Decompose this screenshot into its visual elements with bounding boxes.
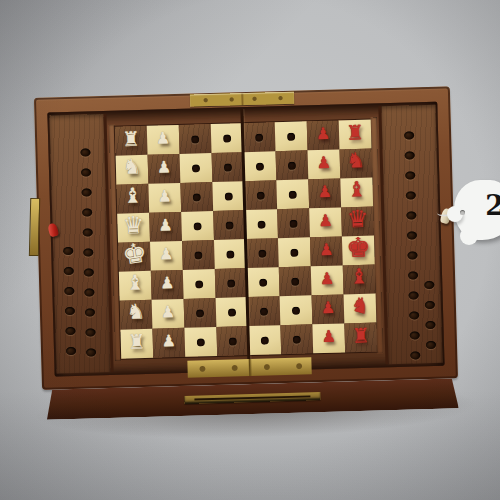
white-pawn[interactable]: ♟ xyxy=(156,130,171,146)
red-rook[interactable]: ♜ xyxy=(351,325,369,345)
board-square[interactable] xyxy=(276,150,309,180)
red-knight[interactable]: ♞ xyxy=(346,150,365,172)
peg-hole xyxy=(227,279,235,287)
peg-hole xyxy=(192,164,200,172)
board-square[interactable]: ♞ xyxy=(116,155,149,185)
peg-hole xyxy=(225,221,233,229)
board-square[interactable] xyxy=(280,324,313,354)
board-square[interactable]: ♟ xyxy=(152,299,185,329)
board-square[interactable]: ♜ xyxy=(344,323,377,353)
peg-hole xyxy=(292,306,300,314)
peg-hole xyxy=(290,248,298,256)
board-square[interactable] xyxy=(180,153,213,183)
peg-hole xyxy=(197,338,205,346)
white-rook[interactable]: ♜ xyxy=(128,331,146,351)
red-pawn[interactable]: ♟ xyxy=(316,125,331,141)
rail-peg-hole xyxy=(80,148,90,156)
rail-peg-hole xyxy=(86,348,96,356)
board-square[interactable] xyxy=(214,239,247,269)
board-square[interactable] xyxy=(211,123,244,153)
white-pawn[interactable]: ♟ xyxy=(161,304,176,320)
rail-peg-hole xyxy=(410,331,420,339)
board-square[interactable] xyxy=(280,295,313,325)
board-square[interactable] xyxy=(180,182,213,212)
board-square[interactable]: ♝ xyxy=(340,178,373,208)
board-square[interactable] xyxy=(243,122,276,152)
peg-hole xyxy=(257,191,265,199)
brass-latch xyxy=(184,392,320,404)
red-pawn[interactable]: ♟ xyxy=(319,241,334,257)
board-square[interactable] xyxy=(179,124,212,154)
bottom-hinge xyxy=(187,357,311,377)
board-square[interactable]: ♟ xyxy=(151,270,184,300)
rail-peg-hole xyxy=(425,301,435,309)
red-bishop[interactable]: ♝ xyxy=(349,266,368,288)
peg-hole xyxy=(257,220,265,228)
red-king[interactable]: ♚ xyxy=(346,233,371,261)
right-peg-rail xyxy=(378,105,442,364)
board-square[interactable] xyxy=(215,268,248,298)
board-square[interactable]: ♝ xyxy=(343,265,376,295)
board-square[interactable] xyxy=(216,297,249,327)
peg-hole xyxy=(256,162,264,170)
board-square[interactable] xyxy=(245,209,278,239)
board-square[interactable]: ♟ xyxy=(149,212,182,242)
rail-peg-hole xyxy=(82,188,92,196)
rail-peg-hole xyxy=(82,208,92,216)
board-square[interactable]: ♟ xyxy=(311,265,344,295)
board-square[interactable]: ♟ xyxy=(312,294,345,324)
peg-hole xyxy=(291,277,299,285)
peg-hole xyxy=(287,132,295,140)
board-square[interactable] xyxy=(248,296,281,326)
white-bishop[interactable]: ♝ xyxy=(123,185,142,207)
board-square[interactable] xyxy=(275,121,308,151)
red-rook[interactable]: ♜ xyxy=(346,122,364,142)
board-square[interactable] xyxy=(247,267,280,297)
price-tag: 2 xyxy=(454,180,500,240)
rail-peg-hole xyxy=(424,281,434,289)
board-square[interactable]: ♞ xyxy=(340,149,373,179)
white-pawn[interactable]: ♟ xyxy=(157,188,172,204)
rail-peg-hole xyxy=(409,311,419,319)
rail-peg-hole xyxy=(408,271,418,279)
board-square[interactable] xyxy=(213,210,246,240)
board-square[interactable]: ♟ xyxy=(312,323,345,353)
red-knight[interactable]: ♞ xyxy=(348,293,372,318)
peg-hole xyxy=(194,251,202,259)
peg-hole xyxy=(223,134,231,142)
travel-chess-box: ♜♟♟♜♞♟♟♞♝♟♟♝♛♟♟♛♚♟♟♚♝♟♟♝♞♟♟♞♜♟♟♜ xyxy=(0,0,500,500)
brass-plaque xyxy=(29,198,40,256)
board-square[interactable]: ♟ xyxy=(310,236,343,266)
peg-hole xyxy=(261,336,269,344)
rail-peg-hole xyxy=(64,267,74,275)
board-square[interactable]: ♞ xyxy=(120,300,153,330)
peg-hole xyxy=(289,190,297,198)
board-square[interactable] xyxy=(182,240,215,270)
red-queen[interactable]: ♛ xyxy=(346,206,368,231)
board-square[interactable]: ♚ xyxy=(342,236,375,266)
white-rook[interactable]: ♜ xyxy=(122,128,140,148)
white-pawn[interactable]: ♟ xyxy=(158,217,173,233)
white-pawn[interactable]: ♟ xyxy=(157,159,172,175)
board-square[interactable] xyxy=(184,298,217,328)
peg-hole xyxy=(225,192,233,200)
red-pawn[interactable]: ♟ xyxy=(318,212,333,228)
board-square[interactable] xyxy=(244,151,277,181)
peg-hole xyxy=(259,278,267,286)
board-square[interactable] xyxy=(276,179,309,209)
peg-hole xyxy=(289,219,297,227)
rail-peg-hole xyxy=(83,248,93,256)
box-floor: ♜♟♟♜♞♟♟♞♝♟♟♝♛♟♟♛♚♟♟♚♝♟♟♝♞♟♟♞♜♟♟♜ xyxy=(47,102,444,377)
white-knight[interactable]: ♞ xyxy=(126,301,145,323)
rail-peg-hole xyxy=(425,321,435,329)
peg-hole xyxy=(258,249,266,257)
tag-hole xyxy=(460,210,465,215)
board-square[interactable]: ♟ xyxy=(148,183,181,213)
peg-hole xyxy=(224,163,232,171)
rail-peg-hole xyxy=(66,347,76,355)
red-pawn[interactable]: ♟ xyxy=(320,270,335,286)
peg-hole xyxy=(195,280,203,288)
peg-hole xyxy=(228,308,236,316)
peg-hole xyxy=(255,133,263,141)
board-square[interactable]: ♜ xyxy=(115,126,148,156)
board-square[interactable]: ♝ xyxy=(119,271,152,301)
rail-peg-hole xyxy=(81,168,91,176)
board-square[interactable] xyxy=(277,208,310,238)
board-square[interactable] xyxy=(181,211,214,241)
rail-peg-hole xyxy=(410,351,420,359)
white-pawn[interactable]: ♟ xyxy=(159,246,174,262)
white-pawn[interactable]: ♟ xyxy=(160,275,175,291)
board-square[interactable]: ♜ xyxy=(339,120,372,150)
board-square[interactable] xyxy=(278,237,311,267)
rail-peg-hole xyxy=(64,287,74,295)
top-hinge xyxy=(190,92,294,107)
peg-hole xyxy=(196,309,204,317)
rail-peg-hole xyxy=(65,307,75,315)
rail-peg-hole xyxy=(84,268,94,276)
board-square[interactable] xyxy=(216,326,249,356)
rail-peg-hole xyxy=(407,231,417,239)
peg-hole xyxy=(191,135,199,143)
red-pawn[interactable]: ♟ xyxy=(317,183,332,199)
peg-hole xyxy=(288,161,296,169)
board-square[interactable] xyxy=(212,152,245,182)
board-square[interactable]: ♟ xyxy=(147,125,180,155)
rail-peg-hole xyxy=(405,171,415,179)
white-king[interactable]: ♚ xyxy=(120,238,148,268)
board-square[interactable]: ♟ xyxy=(148,154,181,184)
board-square[interactable] xyxy=(248,325,281,355)
board-square[interactable]: ♟ xyxy=(309,207,342,237)
board-square[interactable] xyxy=(183,269,216,299)
board-square[interactable]: ♟ xyxy=(150,241,183,271)
rail-peg-hole xyxy=(406,211,416,219)
rail-peg-hole xyxy=(83,228,93,236)
box-interior: ♜♟♟♜♞♟♟♞♝♟♟♝♛♟♟♛♚♟♟♚♝♟♟♝♞♟♟♞♜♟♟♜ xyxy=(34,86,458,390)
board-square[interactable]: ♟ xyxy=(152,328,185,358)
board-square[interactable] xyxy=(184,327,217,357)
rail-peg-hole xyxy=(85,308,95,316)
white-knight[interactable]: ♞ xyxy=(122,156,141,178)
board-square[interactable] xyxy=(244,180,277,210)
rail-peg-hole xyxy=(85,328,95,336)
board-square[interactable] xyxy=(246,238,279,268)
red-pawn[interactable]: ♟ xyxy=(316,154,331,170)
peg-hole xyxy=(293,335,301,343)
white-bishop[interactable]: ♝ xyxy=(125,272,144,294)
peg-hole xyxy=(260,307,268,315)
rail-peg-hole xyxy=(405,151,415,159)
board-square[interactable] xyxy=(279,266,312,296)
peg-hole xyxy=(229,337,237,345)
rail-peg-hole xyxy=(407,251,417,259)
red-pawn[interactable]: ♟ xyxy=(321,328,336,344)
board-square[interactable]: ♟ xyxy=(308,178,341,208)
red-bishop[interactable]: ♝ xyxy=(347,179,366,201)
red-pawn[interactable]: ♟ xyxy=(321,299,336,315)
peg-hole xyxy=(193,222,201,230)
board-square[interactable]: ♟ xyxy=(308,149,341,179)
rail-peg-hole xyxy=(404,131,414,139)
rail-peg-hole xyxy=(65,327,75,335)
rail-peg-hole xyxy=(426,341,436,349)
tag-number: 2 xyxy=(485,190,500,221)
white-pawn[interactable]: ♟ xyxy=(161,333,176,349)
white-queen[interactable]: ♛ xyxy=(122,213,144,238)
board-square[interactable]: ♜ xyxy=(120,329,153,359)
board-square[interactable]: ♝ xyxy=(116,184,149,214)
red-peg[interactable] xyxy=(47,223,59,238)
board-square[interactable]: ♞ xyxy=(344,294,377,324)
board-square[interactable]: ♚ xyxy=(118,242,151,272)
rail-peg-hole xyxy=(406,191,416,199)
peg-hole xyxy=(226,250,234,258)
rail-peg-hole xyxy=(63,247,73,255)
rail-peg-hole xyxy=(84,288,94,296)
rail-peg-hole xyxy=(409,291,419,299)
peg-hole xyxy=(193,193,201,201)
board-square[interactable] xyxy=(212,181,245,211)
board-square[interactable]: ♟ xyxy=(307,120,340,150)
